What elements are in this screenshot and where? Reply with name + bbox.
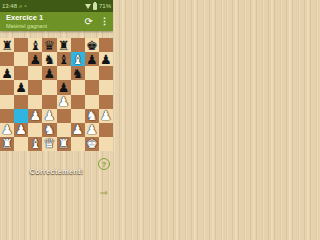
square-h2[interactable] bbox=[99, 123, 113, 137]
square-b3[interactable] bbox=[14, 109, 28, 123]
square-b5[interactable]: ♟ bbox=[14, 80, 28, 94]
square-d7[interactable]: ♞ bbox=[42, 52, 56, 66]
square-h8[interactable] bbox=[99, 38, 113, 52]
black-pawn-c7[interactable]: ♟ bbox=[29, 52, 41, 65]
bottom-panel: Correctement! ? → bbox=[0, 151, 113, 200]
square-g7[interactable]: ♟ bbox=[85, 52, 99, 66]
square-e3[interactable] bbox=[57, 109, 71, 123]
black-pawn-b5[interactable]: ♟ bbox=[15, 80, 27, 93]
square-a2[interactable]: ♟ bbox=[0, 123, 14, 137]
square-a6[interactable]: ♟ bbox=[0, 66, 14, 80]
square-c6[interactable] bbox=[28, 66, 42, 80]
white-rook-e1[interactable]: ♜ bbox=[58, 137, 70, 150]
square-g3[interactable]: ♞ bbox=[85, 109, 99, 123]
search-icon: ⌕ bbox=[19, 3, 22, 9]
square-b8[interactable] bbox=[14, 38, 28, 52]
square-e7[interactable]: ♝ bbox=[57, 52, 71, 66]
square-h7[interactable]: ♟ bbox=[99, 52, 113, 66]
square-f7[interactable]: ♝ bbox=[71, 52, 85, 66]
square-c2[interactable] bbox=[28, 123, 42, 137]
square-c5[interactable] bbox=[28, 80, 42, 94]
square-f8[interactable] bbox=[71, 38, 85, 52]
black-rook-e8[interactable]: ♜ bbox=[58, 38, 70, 51]
white-pawn-b2[interactable]: ♟ bbox=[15, 123, 27, 136]
next-exercise-arrow-icon[interactable]: → bbox=[98, 184, 110, 196]
notification-icon: ▫ bbox=[24, 3, 26, 9]
square-a3[interactable] bbox=[0, 109, 14, 123]
square-g1[interactable]: ♚ bbox=[85, 137, 99, 151]
square-h6[interactable] bbox=[99, 66, 113, 80]
square-f5[interactable] bbox=[71, 80, 85, 94]
square-c7[interactable]: ♟ bbox=[28, 52, 42, 66]
square-b2[interactable]: ♟ bbox=[14, 123, 28, 137]
square-d5[interactable] bbox=[42, 80, 56, 94]
white-pawn-h3[interactable]: ♟ bbox=[100, 109, 112, 122]
square-c8[interactable]: ♝ bbox=[28, 38, 42, 52]
square-e8[interactable]: ♜ bbox=[57, 38, 71, 52]
correct-toast: Correctement! bbox=[30, 167, 84, 176]
white-rook-a1[interactable]: ♜ bbox=[1, 137, 13, 150]
white-pawn-d3[interactable]: ♟ bbox=[44, 109, 56, 122]
square-a1[interactable]: ♜ bbox=[0, 137, 14, 151]
square-e2[interactable] bbox=[57, 123, 71, 137]
black-pawn-a6[interactable]: ♟ bbox=[1, 66, 13, 79]
square-g4[interactable] bbox=[85, 95, 99, 109]
white-queen-d1[interactable]: ♛ bbox=[44, 137, 56, 150]
square-c4[interactable] bbox=[28, 95, 42, 109]
page-title: Exercice 1 bbox=[6, 14, 47, 23]
black-knight-f6[interactable]: ♞ bbox=[72, 66, 84, 79]
square-d1[interactable]: ♛ bbox=[42, 137, 56, 151]
square-f6[interactable]: ♞ bbox=[71, 66, 85, 80]
square-h1[interactable] bbox=[99, 137, 113, 151]
black-knight-d7[interactable]: ♞ bbox=[44, 52, 56, 65]
white-pawn-c3[interactable]: ♟ bbox=[29, 109, 41, 122]
square-h4[interactable] bbox=[99, 95, 113, 109]
white-king-g1[interactable]: ♚ bbox=[86, 137, 98, 150]
square-e6[interactable] bbox=[57, 66, 71, 80]
square-g2[interactable]: ♟ bbox=[85, 123, 99, 137]
square-d8[interactable]: ♛ bbox=[42, 38, 56, 52]
square-a8[interactable]: ♜ bbox=[0, 38, 14, 52]
wood-spacer bbox=[0, 31, 113, 38]
square-f2[interactable]: ♟ bbox=[71, 123, 85, 137]
white-knight-g3[interactable]: ♞ bbox=[86, 109, 98, 122]
square-e1[interactable]: ♜ bbox=[57, 137, 71, 151]
square-h5[interactable] bbox=[99, 80, 113, 94]
square-d6[interactable]: ♟ bbox=[42, 66, 56, 80]
square-a7[interactable] bbox=[0, 52, 14, 66]
status-bar: 13:48 ⌕ ▫ 71% bbox=[0, 0, 113, 12]
square-b6[interactable] bbox=[14, 66, 28, 80]
black-pawn-g7[interactable]: ♟ bbox=[86, 52, 98, 65]
battery-icon bbox=[93, 3, 97, 10]
black-bishop-c8[interactable]: ♝ bbox=[29, 38, 41, 51]
square-b1[interactable] bbox=[14, 137, 28, 151]
white-pawn-f2[interactable]: ♟ bbox=[72, 123, 84, 136]
square-f1[interactable] bbox=[71, 137, 85, 151]
white-knight-d2[interactable]: ♞ bbox=[44, 123, 56, 136]
square-b7[interactable] bbox=[14, 52, 28, 66]
black-bishop-e7[interactable]: ♝ bbox=[58, 52, 70, 65]
square-a5[interactable] bbox=[0, 80, 14, 94]
square-g5[interactable] bbox=[85, 80, 99, 94]
wifi-icon bbox=[85, 4, 91, 9]
square-a4[interactable] bbox=[0, 95, 14, 109]
black-queen-d8[interactable]: ♛ bbox=[44, 38, 56, 51]
help-icon[interactable]: ? bbox=[98, 158, 110, 170]
square-d4[interactable] bbox=[42, 95, 56, 109]
square-c1[interactable]: ♝ bbox=[28, 137, 42, 151]
overflow-menu-icon[interactable]: ⋮ bbox=[100, 17, 109, 26]
square-e5[interactable]: ♟ bbox=[57, 80, 71, 94]
black-pawn-e5[interactable]: ♟ bbox=[58, 80, 70, 93]
black-pawn-d6[interactable]: ♟ bbox=[44, 66, 56, 79]
white-bishop-c1[interactable]: ♝ bbox=[29, 137, 41, 150]
battery-percent: 71% bbox=[99, 3, 111, 9]
square-h3[interactable]: ♟ bbox=[99, 109, 113, 123]
square-f4[interactable] bbox=[71, 95, 85, 109]
white-pawn-g2[interactable]: ♟ bbox=[86, 123, 98, 136]
page-subtitle: Matériel gagnant bbox=[6, 23, 47, 29]
square-d3[interactable]: ♟ bbox=[42, 109, 56, 123]
app-bar: Exercice 1 Matériel gagnant ⟳ ⋮ bbox=[0, 12, 113, 31]
black-pawn-h7[interactable]: ♟ bbox=[100, 52, 112, 65]
square-c3[interactable]: ♟ bbox=[28, 109, 42, 123]
square-e4[interactable]: ♟ bbox=[57, 95, 71, 109]
square-f3[interactable] bbox=[71, 109, 85, 123]
refresh-icon[interactable]: ⟳ bbox=[85, 17, 93, 27]
chess-board[interactable]: ♜♝♛♜♚♟♞♝♝♟♟♟♟♞♟♟♟♟♟♞♟♟♟♞♟♟♜♝♛♜♚ bbox=[0, 38, 113, 151]
clock-text: 13:48 bbox=[2, 3, 17, 9]
square-g6[interactable] bbox=[85, 66, 99, 80]
square-d2[interactable]: ♞ bbox=[42, 123, 56, 137]
white-bishop-f7[interactable]: ♝ bbox=[72, 52, 84, 65]
white-pawn-e4[interactable]: ♟ bbox=[58, 95, 70, 108]
black-king-g8[interactable]: ♚ bbox=[86, 38, 98, 51]
square-g8[interactable]: ♚ bbox=[85, 38, 99, 52]
square-b4[interactable] bbox=[14, 95, 28, 109]
white-pawn-a2[interactable]: ♟ bbox=[1, 123, 13, 136]
black-rook-a8[interactable]: ♜ bbox=[1, 38, 13, 51]
